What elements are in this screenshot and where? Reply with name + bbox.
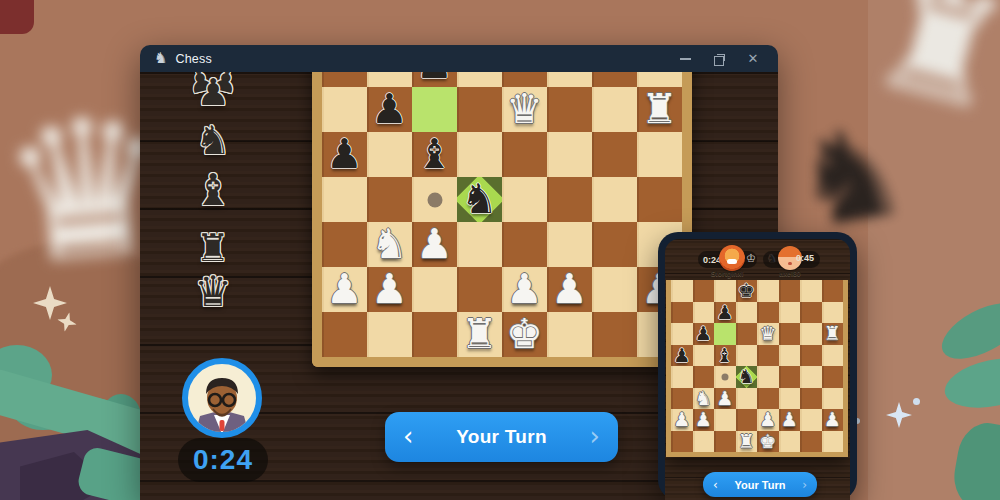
square-a4[interactable] — [671, 366, 693, 388]
square-c5[interactable]: ♝ — [412, 132, 457, 177]
captured-black-queen: ♛ — [193, 271, 233, 313]
square-g3[interactable] — [800, 388, 822, 410]
square-h6[interactable]: ♜ — [637, 87, 682, 132]
piece-bn-d4[interactable]: ♞ — [736, 366, 758, 388]
square-f1[interactable] — [779, 431, 801, 453]
square-b6[interactable]: ♟ — [367, 87, 412, 132]
square-f8[interactable] — [779, 280, 801, 302]
phone-player2-name: axel80 — [768, 270, 812, 277]
move-hint-dot[interactable] — [427, 192, 442, 207]
knight-app-icon: ♞ — [154, 45, 167, 72]
square-b8[interactable] — [693, 280, 715, 302]
square-g6[interactable] — [592, 87, 637, 132]
square-d1[interactable]: ♜ — [736, 431, 758, 453]
square-d7[interactable] — [457, 72, 502, 87]
square-a1[interactable] — [671, 431, 693, 453]
square-f5[interactable] — [547, 132, 592, 177]
piece-wr-d1[interactable]: ♜ — [736, 431, 758, 453]
chevron-right-icon[interactable]: › — [590, 423, 600, 449]
piece-wq-e6[interactable]: ♛ — [502, 87, 547, 132]
phone-your-turn-button[interactable]: ‹ Your Turn › — [703, 472, 817, 497]
square-e6[interactable]: ♛ — [757, 323, 779, 345]
square-g2[interactable] — [800, 409, 822, 431]
square-f2[interactable]: ♟ — [779, 409, 801, 431]
square-h2[interactable]: ♟ — [822, 409, 844, 431]
square-h7[interactable] — [822, 302, 844, 324]
square-h5[interactable] — [822, 345, 844, 367]
square-d5[interactable] — [736, 345, 758, 367]
square-a6[interactable] — [322, 87, 367, 132]
blurred-black-knight-decor: ♞ — [784, 105, 916, 248]
square-h8[interactable] — [822, 280, 844, 302]
square-d2[interactable] — [457, 267, 502, 312]
piece-bp-b6[interactable]: ♟ — [693, 323, 715, 345]
stage: ♛ ♜ ♞ ♞ Chess ✕ ♟♟♟♞♝♜♛ ♚♟♟♛♜♟♝♞ — [0, 0, 1000, 500]
square-e3[interactable] — [502, 222, 547, 267]
square-a7[interactable] — [671, 302, 693, 324]
window-title: Chess — [175, 52, 211, 66]
your-turn-label: Your Turn — [456, 426, 547, 448]
piece-wn-b3[interactable]: ♞ — [367, 222, 412, 267]
piece-bp-c7[interactable]: ♟ — [412, 72, 457, 87]
square-c3[interactable]: ♟ — [412, 222, 457, 267]
square-b4[interactable] — [367, 177, 412, 222]
chevron-left-icon[interactable]: ‹ — [713, 478, 718, 490]
square-d3[interactable] — [736, 388, 758, 410]
piece-wn-b3[interactable]: ♞ — [693, 388, 715, 410]
square-e5[interactable] — [757, 345, 779, 367]
square-b5[interactable] — [367, 132, 412, 177]
square-g3[interactable] — [592, 222, 637, 267]
square-d1[interactable]: ♜ — [457, 312, 502, 357]
square-c4[interactable] — [412, 177, 457, 222]
minimize-icon — [680, 58, 691, 60]
square-a3[interactable] — [671, 388, 693, 410]
square-f2[interactable]: ♟ — [547, 267, 592, 312]
minimize-button[interactable] — [668, 45, 702, 72]
square-b3[interactable]: ♞ — [367, 222, 412, 267]
square-a5[interactable]: ♟ — [671, 345, 693, 367]
chevron-right-icon[interactable]: › — [802, 478, 807, 490]
square-e4[interactable] — [502, 177, 547, 222]
square-g8[interactable] — [800, 280, 822, 302]
square-g1[interactable] — [800, 431, 822, 453]
square-f7[interactable] — [779, 302, 801, 324]
white-side-icon: ♔ — [746, 253, 756, 264]
square-a2[interactable]: ♟ — [322, 267, 367, 312]
player-avatar[interactable] — [182, 358, 262, 438]
square-h5[interactable] — [637, 132, 682, 177]
square-a7[interactable] — [322, 72, 367, 87]
square-a8[interactable] — [671, 280, 693, 302]
square-g4[interactable] — [592, 177, 637, 222]
phone-mockup: 0:24 ♔ Stortginxl ♞ 0:45 axel80 ♚♟♟♛♜♟♝♞… — [658, 232, 857, 500]
square-g6[interactable] — [800, 323, 822, 345]
piece-wp-b2[interactable]: ♟ — [367, 267, 412, 312]
piece-wp-a2[interactable]: ♟ — [671, 409, 693, 431]
your-turn-button[interactable]: ‹ Your Turn › — [385, 412, 618, 462]
piece-wr-h6[interactable]: ♜ — [637, 87, 682, 132]
square-e3[interactable] — [757, 388, 779, 410]
piece-bn-d4[interactable]: ♞ — [457, 177, 502, 222]
piece-wr-h6[interactable]: ♜ — [822, 323, 844, 345]
square-d6[interactable] — [736, 323, 758, 345]
square-c4[interactable] — [714, 366, 736, 388]
piece-wp-a2[interactable]: ♟ — [322, 267, 367, 312]
piece-wr-d1[interactable]: ♜ — [457, 312, 502, 357]
titlebar: ♞ Chess ✕ — [140, 45, 778, 72]
sparkle-dot — [913, 398, 920, 405]
piece-bb-c5[interactable]: ♝ — [714, 345, 736, 367]
player-timer: 0:24 — [178, 438, 268, 482]
square-a3[interactable] — [322, 222, 367, 267]
square-c1[interactable] — [714, 431, 736, 453]
piece-bp-c7[interactable]: ♟ — [714, 302, 736, 324]
piece-wp-e2[interactable]: ♟ — [757, 409, 779, 431]
square-a5[interactable]: ♟ — [322, 132, 367, 177]
phone-player2-time: 0:45 — [796, 254, 814, 263]
piece-wk-e1[interactable]: ♚ — [757, 431, 779, 453]
piece-wk-e1[interactable]: ♚ — [502, 312, 547, 357]
chevron-left-icon[interactable]: ‹ — [403, 423, 413, 449]
chess-board-desktop: ♚♟♟♛♜♟♝♞♞♟♟♟♟♟♟♜♚ — [312, 72, 692, 367]
square-a1[interactable] — [322, 312, 367, 357]
square-b1[interactable] — [367, 312, 412, 357]
piece-wp-f2[interactable]: ♟ — [547, 267, 592, 312]
square-f3[interactable] — [547, 222, 592, 267]
square-b2[interactable]: ♟ — [693, 409, 715, 431]
square-g5[interactable] — [592, 132, 637, 177]
square-e1[interactable]: ♚ — [757, 431, 779, 453]
phone-your-turn-label: Your Turn — [735, 479, 786, 491]
square-b1[interactable] — [693, 431, 715, 453]
square-b2[interactable]: ♟ — [367, 267, 412, 312]
phone-player1-avatar — [719, 245, 745, 271]
piece-wp-e2[interactable]: ♟ — [502, 267, 547, 312]
square-c2[interactable] — [412, 267, 457, 312]
square-f3[interactable] — [779, 388, 801, 410]
square-e5[interactable] — [502, 132, 547, 177]
square-f6[interactable] — [547, 87, 592, 132]
square-e6[interactable]: ♛ — [502, 87, 547, 132]
phone-player1-name: Stortginxl — [695, 270, 759, 277]
piece-bb-c5[interactable]: ♝ — [412, 132, 457, 177]
square-c5[interactable]: ♝ — [714, 345, 736, 367]
black-side-icon: ♞ — [767, 253, 777, 264]
square-a6[interactable] — [671, 323, 693, 345]
move-hint-dot[interactable] — [721, 373, 728, 380]
square-h1[interactable] — [822, 431, 844, 453]
square-b3[interactable]: ♞ — [693, 388, 715, 410]
square-c3[interactable]: ♟ — [714, 388, 736, 410]
square-d5[interactable] — [457, 132, 502, 177]
square-d2[interactable] — [736, 409, 758, 431]
square-f4[interactable] — [779, 366, 801, 388]
piece-bp-b6[interactable]: ♟ — [367, 87, 412, 132]
piece-wq-e6[interactable]: ♛ — [757, 323, 779, 345]
square-d4[interactable]: ♞ — [736, 366, 758, 388]
piece-wp-b2[interactable]: ♟ — [693, 409, 715, 431]
square-e4[interactable] — [757, 366, 779, 388]
square-h6[interactable]: ♜ — [822, 323, 844, 345]
square-d4[interactable]: ♞ — [457, 177, 502, 222]
corner-maroon-shape — [0, 0, 34, 34]
chess-board-phone: ♚♟♟♛♜♟♝♞♞♟♟♟♟♟♟♜♚ — [666, 280, 848, 457]
square-h4[interactable] — [637, 177, 682, 222]
piece-bk-d8[interactable]: ♚ — [736, 280, 758, 302]
square-b6[interactable]: ♟ — [693, 323, 715, 345]
square-g1[interactable] — [592, 312, 637, 357]
square-g2[interactable] — [592, 267, 637, 312]
square-g5[interactable] — [800, 345, 822, 367]
square-f5[interactable] — [779, 345, 801, 367]
square-e1[interactable]: ♚ — [502, 312, 547, 357]
square-e2[interactable]: ♟ — [757, 409, 779, 431]
captured-black-knight: ♞ — [193, 120, 233, 160]
square-d3[interactable] — [457, 222, 502, 267]
square-g4[interactable] — [800, 366, 822, 388]
square-c8[interactable] — [714, 280, 736, 302]
captured-black-pawn: ♟ — [193, 74, 233, 111]
square-f7[interactable] — [547, 72, 592, 87]
phone-screen: 0:24 ♔ Stortginxl ♞ 0:45 axel80 ♚♟♟♛♜♟♝♞… — [665, 239, 850, 500]
square-f4[interactable] — [547, 177, 592, 222]
square-c1[interactable] — [412, 312, 457, 357]
piece-bp-a5[interactable]: ♟ — [322, 132, 367, 177]
captured-black-bishop: ♝ — [193, 168, 233, 212]
close-button[interactable]: ✕ — [736, 45, 770, 72]
square-c7[interactable]: ♟ — [412, 72, 457, 87]
square-d8[interactable]: ♚ — [736, 280, 758, 302]
piece-wp-f2[interactable]: ♟ — [779, 409, 801, 431]
square-f1[interactable] — [547, 312, 592, 357]
square-h4[interactable] — [822, 366, 844, 388]
square-c2[interactable] — [714, 409, 736, 431]
square-e2[interactable]: ♟ — [502, 267, 547, 312]
captured-black-rook: ♜ — [193, 229, 233, 267]
maximize-button[interactable] — [702, 45, 736, 72]
square-e7[interactable] — [757, 302, 779, 324]
square-b5[interactable] — [693, 345, 715, 367]
restore-icon — [714, 54, 724, 64]
close-icon: ✕ — [748, 51, 759, 66]
piece-wp-c3[interactable]: ♟ — [412, 222, 457, 267]
square-d6[interactable] — [457, 87, 502, 132]
square-b7[interactable] — [693, 302, 715, 324]
square-a4[interactable] — [322, 177, 367, 222]
square-h3[interactable] — [822, 388, 844, 410]
square-a2[interactable]: ♟ — [671, 409, 693, 431]
square-g7[interactable] — [592, 72, 637, 87]
piece-bp-a5[interactable]: ♟ — [671, 345, 693, 367]
square-d7[interactable] — [736, 302, 758, 324]
square-c6[interactable] — [714, 323, 736, 345]
piece-wp-h2[interactable]: ♟ — [822, 409, 844, 431]
square-b4[interactable] — [693, 366, 715, 388]
square-c7[interactable]: ♟ — [714, 302, 736, 324]
square-e8[interactable] — [757, 280, 779, 302]
square-g7[interactable] — [800, 302, 822, 324]
timer-text: 0:24 — [193, 444, 253, 476]
square-c6[interactable] — [412, 87, 457, 132]
piece-wp-c3[interactable]: ♟ — [714, 388, 736, 410]
square-f6[interactable] — [779, 323, 801, 345]
